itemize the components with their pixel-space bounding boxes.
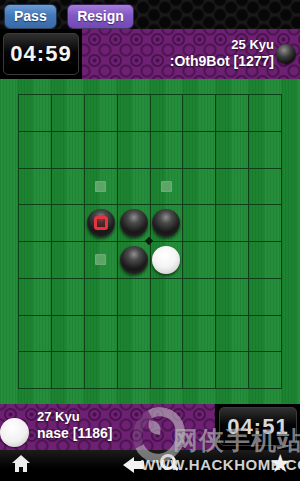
legal-move-hint[interactable] [95, 181, 106, 192]
cell-h4[interactable] [249, 205, 282, 242]
cell-f2[interactable] [183, 132, 216, 169]
bottom-navbar: ★ [0, 450, 300, 481]
white-stone-icon [0, 418, 29, 447]
cell-c2[interactable] [85, 132, 118, 169]
black-stone-icon [276, 44, 296, 64]
cell-b6[interactable] [52, 279, 85, 316]
black-disc [120, 209, 148, 237]
cell-d2[interactable] [118, 132, 151, 169]
pass-button[interactable]: Pass [4, 4, 57, 29]
cell-a2[interactable] [19, 132, 52, 169]
legal-move-hint[interactable] [161, 181, 172, 192]
cell-b2[interactable] [52, 132, 85, 169]
last-move-marker [94, 216, 108, 230]
cell-f3[interactable] [183, 169, 216, 206]
cell-h7[interactable] [249, 316, 282, 353]
cell-e5[interactable] [151, 242, 184, 279]
cell-d8[interactable] [118, 352, 151, 389]
cell-h5[interactable] [249, 242, 282, 279]
bottom-clock-time: 04:51 [227, 414, 288, 440]
cell-b4[interactable] [52, 205, 85, 242]
cell-b1[interactable] [52, 95, 85, 132]
cell-d7[interactable] [118, 316, 151, 353]
star-icon[interactable]: ★ [269, 449, 291, 478]
cell-b5[interactable] [52, 242, 85, 279]
cell-g8[interactable] [216, 352, 249, 389]
cell-e3[interactable] [151, 169, 184, 206]
cell-a6[interactable] [19, 279, 52, 316]
cell-f7[interactable] [183, 316, 216, 353]
cell-h2[interactable] [249, 132, 282, 169]
bottom-clock-zone: 04:51 [215, 404, 300, 450]
cell-h6[interactable] [249, 279, 282, 316]
cell-d1[interactable] [118, 95, 151, 132]
cell-f4[interactable] [183, 205, 216, 242]
cell-g1[interactable] [216, 95, 249, 132]
cell-a7[interactable] [19, 316, 52, 353]
cell-c1[interactable] [85, 95, 118, 132]
resign-button[interactable]: Resign [67, 4, 134, 29]
top-clock: 04:59 [3, 33, 79, 75]
cell-c5[interactable] [85, 242, 118, 279]
top-player-name: :Oth9Bot [1277] [170, 53, 274, 69]
legal-move-hint[interactable] [95, 254, 106, 265]
bottom-player-info: 27 Kyu nase [1186] [37, 409, 113, 441]
cell-e4[interactable] [151, 205, 184, 242]
cell-g5[interactable] [216, 242, 249, 279]
black-disc [87, 209, 115, 237]
cell-a8[interactable] [19, 352, 52, 389]
bottom-clock: 04:51 [219, 407, 297, 446]
cell-e8[interactable] [151, 352, 184, 389]
search-icon[interactable] [159, 453, 179, 473]
cell-g7[interactable] [216, 316, 249, 353]
cell-h3[interactable] [249, 169, 282, 206]
back-icon[interactable] [123, 457, 145, 473]
black-disc [120, 246, 148, 274]
cell-c6[interactable] [85, 279, 118, 316]
white-disc [152, 246, 180, 274]
top-player-rank: 25 Kyu [170, 37, 274, 53]
cell-d4[interactable] [118, 205, 151, 242]
cell-h1[interactable] [249, 95, 282, 132]
cell-g6[interactable] [216, 279, 249, 316]
cell-d6[interactable] [118, 279, 151, 316]
cell-a4[interactable] [19, 205, 52, 242]
cell-e1[interactable] [151, 95, 184, 132]
bottom-player-rank: 27 Kyu [37, 409, 113, 425]
cell-c8[interactable] [85, 352, 118, 389]
bottom-player-name: nase [1186] [37, 425, 113, 441]
cell-f8[interactable] [183, 352, 216, 389]
cell-a1[interactable] [19, 95, 52, 132]
cell-f6[interactable] [183, 279, 216, 316]
black-disc [152, 209, 180, 237]
cell-a5[interactable] [19, 242, 52, 279]
cell-c4[interactable] [85, 205, 118, 242]
top-clock-time: 04:59 [10, 41, 71, 67]
top-player-info: 25 Kyu :Oth9Bot [1277] [170, 37, 274, 69]
cell-c7[interactable] [85, 316, 118, 353]
cell-g2[interactable] [216, 132, 249, 169]
top-clock-zone: 04:59 [0, 29, 82, 79]
cell-b3[interactable] [52, 169, 85, 206]
top-toolbar: Pass Resign [0, 0, 300, 29]
cell-f5[interactable] [183, 242, 216, 279]
cell-d5[interactable] [118, 242, 151, 279]
cell-e6[interactable] [151, 279, 184, 316]
cell-b8[interactable] [52, 352, 85, 389]
top-player-bar: 04:59 25 Kyu :Oth9Bot [1277] [0, 29, 300, 79]
cell-g3[interactable] [216, 169, 249, 206]
cell-d3[interactable] [118, 169, 151, 206]
cell-e7[interactable] [151, 316, 184, 353]
home-icon[interactable] [11, 454, 31, 474]
cell-e2[interactable] [151, 132, 184, 169]
bottom-player-bar: 27 Kyu nase [1186] 04:51 [0, 404, 300, 450]
cell-h8[interactable] [249, 352, 282, 389]
othello-board [0, 79, 300, 404]
cell-f1[interactable] [183, 95, 216, 132]
cell-a3[interactable] [19, 169, 52, 206]
cell-g4[interactable] [216, 205, 249, 242]
cell-c3[interactable] [85, 169, 118, 206]
cell-b7[interactable] [52, 316, 85, 353]
